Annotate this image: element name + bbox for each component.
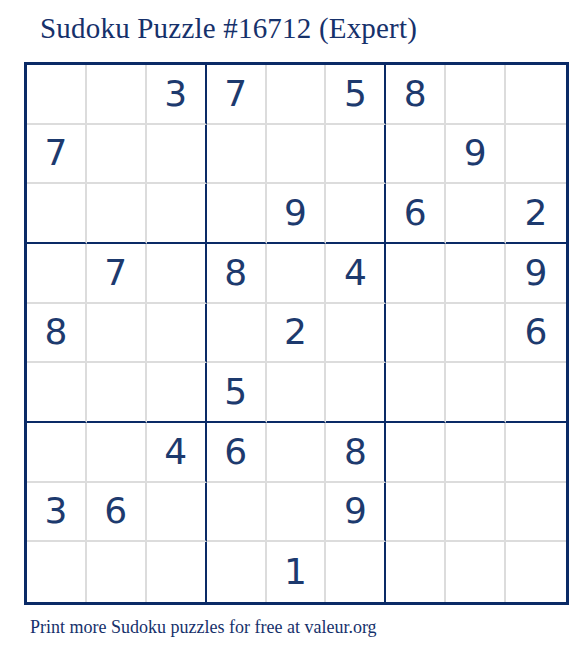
sudoku-cell-empty (147, 184, 207, 244)
sudoku-cell-empty (147, 363, 207, 423)
sudoku-cell-empty (386, 363, 446, 423)
footer-note: Print more Sudoku puzzles for free at va… (30, 617, 377, 638)
sudoku-cell-empty (326, 363, 386, 423)
sudoku-cell-empty (87, 184, 147, 244)
sudoku-cell-empty (87, 363, 147, 423)
sudoku-cell-given: 8 (207, 244, 267, 304)
sudoku-cell-given: 9 (267, 184, 327, 244)
sudoku-cell-empty (147, 125, 207, 185)
sudoku-cell-given: 2 (506, 184, 566, 244)
sudoku-cell-given: 7 (87, 244, 147, 304)
sudoku-cell-given: 8 (386, 65, 446, 125)
sudoku-cell-empty (326, 184, 386, 244)
sudoku-cell-empty (446, 184, 506, 244)
sudoku-cell-empty (267, 65, 327, 125)
sudoku-cell-empty (506, 125, 566, 185)
sudoku-cell-empty (446, 423, 506, 483)
sudoku-cell-given: 7 (207, 65, 267, 125)
sudoku-cell-empty (147, 483, 207, 543)
sudoku-cell-empty (326, 304, 386, 364)
sudoku-cell-given: 9 (326, 483, 386, 543)
sudoku-cell-given: 6 (386, 184, 446, 244)
sudoku-cell-empty (87, 65, 147, 125)
sudoku-cell-empty (446, 304, 506, 364)
sudoku-cell-empty (87, 542, 147, 602)
sudoku-cell-empty (267, 244, 327, 304)
sudoku-cell-empty (386, 304, 446, 364)
sudoku-cell-empty (506, 363, 566, 423)
sudoku-cell-given: 9 (506, 244, 566, 304)
sudoku-cell-empty (506, 542, 566, 602)
sudoku-cell-empty (27, 363, 87, 423)
sudoku-cell-empty (147, 542, 207, 602)
sudoku-cell-empty (446, 65, 506, 125)
sudoku-cell-given: 5 (207, 363, 267, 423)
sudoku-cell-given: 7 (27, 125, 87, 185)
sudoku-cell-empty (27, 65, 87, 125)
sudoku-cell-empty (267, 125, 327, 185)
sudoku-cell-empty (446, 483, 506, 543)
sudoku-cell-empty (386, 125, 446, 185)
sudoku-cell-empty (506, 423, 566, 483)
sudoku-cell-empty (326, 125, 386, 185)
sudoku-board: 375879962784982654683691 (24, 62, 569, 605)
sudoku-cell-empty (27, 184, 87, 244)
sudoku-cell-given: 6 (207, 423, 267, 483)
sudoku-cell-empty (87, 423, 147, 483)
sudoku-cell-empty (27, 542, 87, 602)
sudoku-cell-empty (147, 304, 207, 364)
sudoku-cell-empty (446, 542, 506, 602)
sudoku-cell-given: 2 (267, 304, 327, 364)
sudoku-cell-empty (506, 65, 566, 125)
sudoku-cell-given: 6 (87, 483, 147, 543)
sudoku-cell-empty (386, 423, 446, 483)
sudoku-cell-empty (27, 423, 87, 483)
sudoku-cell-given: 9 (446, 125, 506, 185)
sudoku-cell-empty (446, 363, 506, 423)
sudoku-cell-empty (446, 244, 506, 304)
sudoku-cell-empty (267, 483, 327, 543)
sudoku-cell-empty (87, 125, 147, 185)
sudoku-cell-empty (267, 423, 327, 483)
sudoku-cell-given: 4 (147, 423, 207, 483)
sudoku-cell-empty (207, 304, 267, 364)
sudoku-cell-given: 8 (326, 423, 386, 483)
sudoku-cell-empty (207, 125, 267, 185)
sudoku-cell-empty (147, 244, 207, 304)
sudoku-cell-given: 6 (506, 304, 566, 364)
sudoku-cell-given: 1 (267, 542, 327, 602)
sudoku-cell-empty (87, 304, 147, 364)
sudoku-cell-empty (386, 483, 446, 543)
page-title: Sudoku Puzzle #16712 (Expert) (40, 12, 417, 45)
sudoku-cell-empty (207, 483, 267, 543)
sudoku-cell-empty (207, 542, 267, 602)
sudoku-cell-empty (326, 542, 386, 602)
sudoku-cell-empty (386, 244, 446, 304)
sudoku-cell-given: 3 (27, 483, 87, 543)
sudoku-cell-given: 8 (27, 304, 87, 364)
sudoku-cell-given: 4 (326, 244, 386, 304)
sudoku-cell-empty (267, 363, 327, 423)
sudoku-cell-empty (506, 483, 566, 543)
sudoku-cell-empty (27, 244, 87, 304)
sudoku-cell-given: 5 (326, 65, 386, 125)
sudoku-cell-empty (207, 184, 267, 244)
sudoku-cell-empty (386, 542, 446, 602)
sudoku-cell-given: 3 (147, 65, 207, 125)
